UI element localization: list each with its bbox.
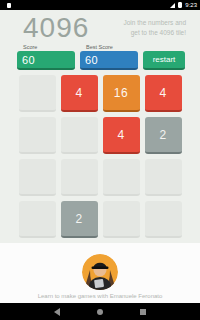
tile-2: 2 xyxy=(145,117,182,154)
status-bar-right: 9:23 xyxy=(170,0,197,10)
recents-icon[interactable] xyxy=(140,309,146,315)
app-screen: 9:23 4096 Join the numbers and get to th… xyxy=(0,0,200,320)
tile-4: 4 xyxy=(103,117,140,154)
home-icon[interactable] xyxy=(97,309,103,315)
empty-cell xyxy=(103,201,140,238)
best-score-group: Best Score 60 xyxy=(80,44,138,70)
empty-cell xyxy=(61,159,98,196)
back-icon[interactable] xyxy=(54,308,60,316)
best-score-label: Best Score xyxy=(80,44,138,50)
empty-cell xyxy=(19,75,56,112)
empty-cell xyxy=(145,201,182,238)
tile-4: 4 xyxy=(145,75,182,112)
empty-cell xyxy=(19,117,56,154)
status-time: 9:23 xyxy=(185,0,197,10)
empty-cell xyxy=(19,159,56,196)
score-label: Score xyxy=(17,44,75,50)
score-group: Score 60 xyxy=(17,44,75,70)
best-score-box: 60 xyxy=(80,51,138,70)
nav-bar xyxy=(0,303,200,320)
board-grid[interactable]: 4164422 xyxy=(19,75,182,238)
score-box: 60 xyxy=(17,51,75,70)
best-score-value: 60 xyxy=(85,54,98,66)
score-value: 60 xyxy=(22,54,35,66)
empty-cell xyxy=(19,201,56,238)
page-title: 4096 xyxy=(23,14,89,42)
subtitle: Join the numbers and get to the 4096 til… xyxy=(123,18,186,42)
subtitle-line-2: get to the 4096 tile! xyxy=(123,28,186,38)
header: 4096 Join the numbers and get to the 409… xyxy=(0,10,200,42)
scoreboard: Score 60 Best Score 60 restart xyxy=(17,44,185,70)
avatar xyxy=(82,254,118,290)
banner-caption: Learn to make games with Emanuele Ferona… xyxy=(38,293,163,299)
empty-cell xyxy=(61,117,98,154)
empty-cell xyxy=(145,159,182,196)
battery-icon xyxy=(178,2,182,8)
status-bar-left xyxy=(3,3,11,8)
tile-16: 16 xyxy=(103,75,140,112)
tile-2: 2 xyxy=(61,201,98,238)
tile-4: 4 xyxy=(61,75,98,112)
promo-banner[interactable]: Learn to make games with Emanuele Ferona… xyxy=(0,243,200,303)
empty-cell xyxy=(103,159,140,196)
restart-button[interactable]: restart xyxy=(143,51,185,70)
avatar-image xyxy=(82,254,118,290)
signal-icon xyxy=(170,3,175,8)
notification-icon xyxy=(7,3,11,8)
subtitle-line-1: Join the numbers and xyxy=(123,18,186,28)
status-bar: 9:23 xyxy=(0,0,200,10)
